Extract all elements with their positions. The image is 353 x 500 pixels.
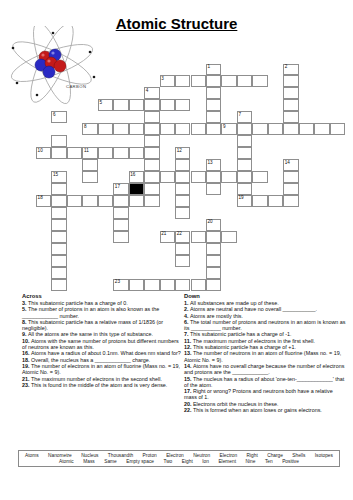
down-clue-14: 14. Atoms have no overall charge because… xyxy=(184,363,347,376)
clue-number: 4 xyxy=(146,88,149,93)
clue-number: 20 xyxy=(208,219,213,224)
grid-cell[interactable]: 11 xyxy=(82,147,97,159)
clue-number: 22 xyxy=(177,231,182,236)
grid-cell[interactable] xyxy=(51,195,66,207)
clue-number: 6 xyxy=(53,112,56,117)
across-header: Across xyxy=(22,293,181,300)
grid-cell[interactable] xyxy=(113,123,128,135)
grid-cell[interactable] xyxy=(51,183,66,195)
down-clues-section: Down 1. All substances are made up of th… xyxy=(184,293,347,413)
clue-number: 16 xyxy=(130,172,135,177)
across-clue-23: 23. This is found in the middle of the a… xyxy=(22,382,181,388)
grid-cell[interactable] xyxy=(98,147,113,159)
grid-cell[interactable] xyxy=(51,255,66,267)
grid-cell[interactable] xyxy=(283,111,298,123)
grid-cell[interactable] xyxy=(175,279,190,291)
grid-cell[interactable] xyxy=(144,171,159,183)
grid-cell[interactable]: 3 xyxy=(160,75,175,87)
grid-cell[interactable]: 19 xyxy=(237,195,252,207)
grid-cell[interactable] xyxy=(67,195,82,207)
grid-cell[interactable] xyxy=(206,183,221,195)
grid-cell[interactable] xyxy=(283,75,298,87)
grid-cell[interactable] xyxy=(129,123,144,135)
across-clue-21: 21. The maximum number of electrons in t… xyxy=(22,376,181,382)
clue-number: 18 xyxy=(38,195,43,200)
grid-cell[interactable] xyxy=(175,171,190,183)
grid-cell[interactable] xyxy=(206,75,221,87)
down-clue-22: 22. This is formed when an atom loses or… xyxy=(184,407,347,413)
grid-cell[interactable] xyxy=(252,75,267,87)
clue-number: 9 xyxy=(223,124,226,129)
clue-number: 17 xyxy=(115,184,120,189)
grid-cell[interactable]: 10 xyxy=(36,147,51,159)
word-bank-item: Empty space xyxy=(126,459,154,465)
grid-cell[interactable]: 6 xyxy=(51,111,66,123)
clue-number: 8 xyxy=(84,124,87,129)
word-bank-item: Ion xyxy=(202,459,209,465)
clue-number: 15 xyxy=(53,172,58,177)
grid-cell[interactable] xyxy=(98,123,113,135)
clue-number: 14 xyxy=(285,160,290,165)
grid-cell[interactable] xyxy=(51,207,66,219)
grid-cell[interactable] xyxy=(206,231,221,243)
down-clue-17: 17. Right or wrong? Protons and neutrons… xyxy=(184,388,347,401)
carbon-atom-illustration: CARBON xyxy=(4,26,102,108)
grid-cell[interactable] xyxy=(191,231,206,243)
grid-cell[interactable] xyxy=(129,147,144,159)
word-bank-item: Atomic xyxy=(59,459,74,465)
grid-cell[interactable]: 12 xyxy=(175,147,190,159)
word-bank-row-2: AtomicMassSameEmpty spaceTwoEightIonElem… xyxy=(19,459,339,465)
grid-cell[interactable] xyxy=(237,159,252,171)
grid-cell[interactable] xyxy=(51,147,66,159)
grid-cell[interactable] xyxy=(206,99,221,111)
grid-cell[interactable]: 17 xyxy=(113,183,128,195)
grid-cell[interactable]: 2 xyxy=(283,64,298,76)
clue-number: 11 xyxy=(84,148,89,153)
grid-cell[interactable] xyxy=(51,267,66,279)
page-title: Atomic Structure xyxy=(0,15,353,32)
down-clue-6: 6. The total number of protons and neutr… xyxy=(184,319,347,332)
grid-cell[interactable] xyxy=(237,75,252,87)
grid-cell[interactable] xyxy=(191,123,206,135)
grid-cell[interactable] xyxy=(314,123,329,135)
clue-number: 19 xyxy=(238,195,243,200)
clue-number: 2 xyxy=(285,64,288,69)
across-clue-5: 5. The number of protons in an atom is a… xyxy=(22,306,181,319)
grid-cell[interactable]: 1 xyxy=(206,64,221,76)
grid-cell[interactable] xyxy=(175,207,190,219)
grid-cell[interactable] xyxy=(330,123,345,135)
grid-cell[interactable] xyxy=(113,195,128,207)
grid-cell[interactable]: 20 xyxy=(206,219,221,231)
grid-cell[interactable] xyxy=(113,99,128,111)
word-bank-item: Ten xyxy=(265,459,273,465)
grid-cell[interactable]: 7 xyxy=(237,111,252,123)
grid-cell[interactable] xyxy=(206,255,221,267)
grid-cell[interactable]: 13 xyxy=(206,159,221,171)
grid-cell[interactable] xyxy=(252,171,267,183)
grid-cell[interactable] xyxy=(299,123,314,135)
grid-cell[interactable] xyxy=(113,231,128,243)
grid-cell[interactable] xyxy=(283,87,298,99)
grid-cell[interactable] xyxy=(252,123,267,135)
word-bank-item: Mass xyxy=(83,459,94,465)
grid-cell[interactable] xyxy=(206,171,221,183)
clue-number: 12 xyxy=(177,148,182,153)
grid-cell[interactable] xyxy=(283,183,298,195)
across-clue-10: 10. Atoms with the same number of proton… xyxy=(22,338,181,351)
grid-cell[interactable]: 18 xyxy=(36,195,51,207)
grid-cell[interactable] xyxy=(144,147,159,159)
grid-cell[interactable] xyxy=(206,243,221,255)
grid-cell[interactable] xyxy=(113,219,128,231)
down-clue-13: 13. The number of neutrons in an atom of… xyxy=(184,350,347,363)
grid-cell[interactable] xyxy=(144,99,159,111)
grid-cell[interactable] xyxy=(206,123,221,135)
grid-cell[interactable] xyxy=(175,99,190,111)
atom-label: CARBON xyxy=(66,84,86,89)
clue-number: 7 xyxy=(238,112,241,117)
across-clues-section: Across 3. This subatomic particle has a … xyxy=(22,293,181,388)
grid-cell[interactable] xyxy=(144,111,159,123)
grid-cell[interactable] xyxy=(67,147,82,159)
grid-cell[interactable]: 22 xyxy=(175,231,190,243)
grid-cell[interactable] xyxy=(237,135,252,147)
grid-cell[interactable] xyxy=(82,171,97,183)
clue-number: 21 xyxy=(161,231,166,236)
grid-cell[interactable]: 8 xyxy=(82,123,97,135)
grid-cell[interactable] xyxy=(175,255,190,267)
grid-cell[interactable] xyxy=(51,243,66,255)
grid-cell[interactable] xyxy=(283,195,298,207)
grid-cell[interactable] xyxy=(206,111,221,123)
grid-cell[interactable] xyxy=(129,195,144,207)
word-bank-item: Nine xyxy=(246,459,256,465)
word-bank-item: Positive xyxy=(282,459,299,465)
grid-cell[interactable] xyxy=(82,195,97,207)
grid-cell[interactable]: 4 xyxy=(144,87,159,99)
across-clue-8: 8. This subatomic particle has a relativ… xyxy=(22,319,181,332)
grid-cell[interactable]: 15 xyxy=(51,171,66,183)
grid-cell[interactable] xyxy=(175,243,190,255)
down-clue-list: 1. All substances are made up of these.2… xyxy=(184,300,347,413)
grid-cell[interactable] xyxy=(113,147,128,159)
clue-number: 10 xyxy=(38,148,43,153)
word-bank-item: Same xyxy=(104,459,117,465)
grid-cell[interactable] xyxy=(98,195,113,207)
grid-cell[interactable] xyxy=(144,159,159,171)
black-cell xyxy=(129,183,144,195)
down-header: Down xyxy=(184,293,347,300)
grid-cell[interactable] xyxy=(283,99,298,111)
grid-cell[interactable] xyxy=(51,279,66,291)
grid-cell[interactable] xyxy=(129,279,144,291)
grid-cell[interactable]: 16 xyxy=(129,171,144,183)
grid-cell[interactable] xyxy=(175,183,190,195)
grid-cell[interactable] xyxy=(221,231,236,243)
grid-cell[interactable] xyxy=(268,123,283,135)
grid-cell[interactable]: 23 xyxy=(113,279,128,291)
word-bank-item: Two xyxy=(163,459,172,465)
grid-cell[interactable] xyxy=(144,135,159,147)
grid-cell[interactable] xyxy=(283,171,298,183)
grid-cell[interactable] xyxy=(191,279,206,291)
grid-cell[interactable] xyxy=(175,123,190,135)
grid-cell[interactable] xyxy=(175,159,190,171)
word-bank-item: Element xyxy=(218,459,236,465)
across-clue-16: 16. Atoms have a radius of about 0.1nm. … xyxy=(22,350,181,356)
grid-cell[interactable] xyxy=(144,123,159,135)
grid-cell[interactable] xyxy=(237,123,252,135)
grid-cell[interactable] xyxy=(144,195,159,207)
grid-cell[interactable] xyxy=(144,183,159,195)
clue-number: 13 xyxy=(208,160,213,165)
grid-cell[interactable] xyxy=(51,231,66,243)
grid-cell[interactable] xyxy=(237,183,252,195)
grid-cell[interactable] xyxy=(221,75,236,87)
grid-cell[interactable] xyxy=(268,195,283,207)
grid-cell[interactable]: 5 xyxy=(98,99,113,111)
grid-cell[interactable] xyxy=(206,279,221,291)
grid-cell[interactable] xyxy=(237,147,252,159)
worksheet-page: CARBON Atomic Structure 1234567891011121… xyxy=(0,0,353,500)
grid-cell[interactable] xyxy=(82,159,97,171)
down-clue-15: 15. The nucleus has a radius of about 'o… xyxy=(184,376,347,389)
grid-cell[interactable] xyxy=(191,75,206,87)
grid-cell[interactable] xyxy=(252,195,267,207)
word-bank: AtomsNanometreNucleusThousandthProtonEle… xyxy=(18,450,340,467)
grid-cell[interactable] xyxy=(51,135,66,147)
grid-cell[interactable] xyxy=(191,171,206,183)
grid-cell[interactable] xyxy=(206,267,221,279)
grid-cell[interactable] xyxy=(175,195,190,207)
grid-cell[interactable] xyxy=(283,123,298,135)
grid-cell[interactable] xyxy=(160,123,175,135)
grid-cell[interactable] xyxy=(160,171,175,183)
grid-cell[interactable] xyxy=(160,99,175,111)
grid-cell[interactable] xyxy=(206,87,221,99)
grid-cell[interactable]: 9 xyxy=(221,123,236,135)
clue-number: 5 xyxy=(99,100,102,105)
grid-cell[interactable] xyxy=(113,207,128,219)
word-bank-item: Eight xyxy=(182,459,193,465)
grid-cell[interactable]: 14 xyxy=(283,159,298,171)
clue-number: 3 xyxy=(161,76,164,81)
grid-cell[interactable] xyxy=(144,279,159,291)
grid-cell[interactable] xyxy=(129,99,144,111)
clue-number: 23 xyxy=(115,279,120,284)
across-clue-list: 3. This subatomic particle has a charge … xyxy=(22,300,181,388)
grid-cell[interactable] xyxy=(175,75,190,87)
grid-cell[interactable] xyxy=(51,219,66,231)
grid-cell[interactable] xyxy=(237,171,252,183)
clue-number: 1 xyxy=(208,64,211,69)
grid-cell[interactable]: 21 xyxy=(160,231,175,243)
grid-cell[interactable] xyxy=(160,279,175,291)
across-clue-19: 19. The number of electrons in an atom o… xyxy=(22,363,181,376)
grid-cell[interactable] xyxy=(221,171,236,183)
